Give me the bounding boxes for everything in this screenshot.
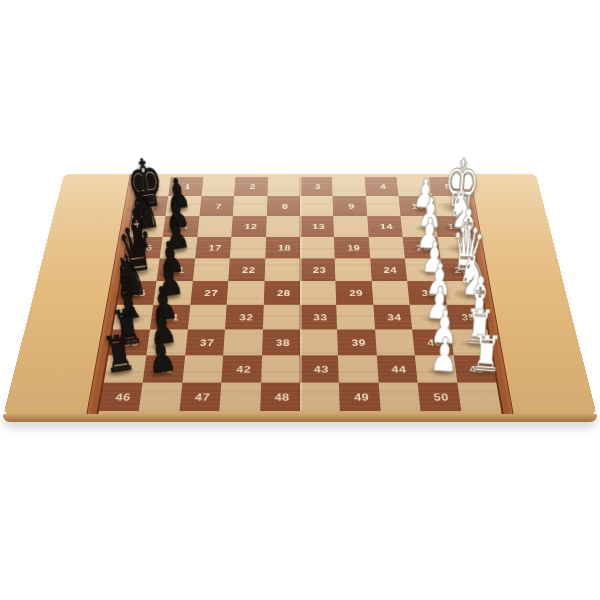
square-r2-c5[interactable]: 8: [266, 196, 300, 216]
square-r6-c8[interactable]: [372, 281, 410, 305]
square-r5-c4[interactable]: 22: [228, 258, 265, 281]
game-board: 1234567891011121314151617181920212223242…: [3, 174, 597, 416]
square-r4-c3[interactable]: 17: [195, 237, 231, 259]
square-r9-c8[interactable]: 44: [377, 355, 418, 382]
piece-glyph: ♟: [429, 335, 459, 375]
square-number: 34: [387, 312, 402, 322]
square-r5-c6[interactable]: 23: [300, 258, 336, 281]
square-number: 38: [276, 337, 290, 348]
square-r7-c6[interactable]: 33: [300, 305, 337, 330]
square-r5-c3[interactable]: [193, 258, 230, 281]
square-r7-c8[interactable]: 34: [373, 305, 412, 330]
square-number: 8: [282, 202, 288, 210]
square-r8-c7[interactable]: 39: [337, 329, 376, 355]
square-r9-c3[interactable]: [182, 355, 223, 382]
square-number: 27: [204, 288, 218, 298]
square-number: 3: [315, 182, 321, 190]
square-r3-c5[interactable]: [266, 216, 300, 237]
square-number: 46: [115, 391, 132, 403]
square-r2-c6[interactable]: [300, 196, 334, 216]
square-number: 29: [349, 288, 363, 298]
square-number: 13: [312, 222, 325, 231]
square-number: 43: [314, 363, 329, 374]
product-photo-scene: 1234567891011121314151617181920212223242…: [0, 0, 600, 600]
square-r7-c7[interactable]: [337, 305, 375, 330]
piece-glyph: ♜: [102, 333, 138, 376]
square-r8-c5[interactable]: 38: [262, 329, 300, 355]
square-r8-c6[interactable]: [300, 329, 338, 355]
square-number: 24: [383, 265, 397, 274]
square-r10-c5[interactable]: 48: [260, 383, 300, 412]
square-r10-c6[interactable]: [300, 383, 340, 412]
square-number: 28: [277, 288, 291, 298]
square-r6-c4[interactable]: [227, 281, 264, 305]
square-number: 39: [351, 337, 366, 348]
square-r2-c7[interactable]: 9: [333, 196, 367, 216]
square-r7-c5[interactable]: [263, 305, 300, 330]
square-r4-c8[interactable]: [369, 237, 405, 259]
black-pawn[interactable]: ♟: [145, 334, 178, 375]
square-number: 14: [380, 222, 394, 231]
square-r6-c5[interactable]: 28: [263, 281, 300, 305]
square-r8-c3[interactable]: 37: [185, 329, 225, 355]
piece-glyph: ♟: [145, 334, 178, 375]
square-r5-c8[interactable]: 24: [370, 258, 407, 281]
square-number: 2: [250, 182, 257, 190]
square-number: 32: [239, 312, 253, 322]
square-number: 18: [278, 243, 291, 252]
square-r8-c4[interactable]: [223, 329, 262, 355]
square-r10-c1[interactable]: 46: [99, 383, 143, 412]
square-r1-c8[interactable]: 4: [364, 177, 398, 196]
square-r6-c7[interactable]: 29: [336, 281, 373, 305]
square-r3-c7[interactable]: [334, 216, 369, 237]
square-r4-c5[interactable]: 18: [265, 237, 300, 259]
square-r4-c7[interactable]: 19: [334, 237, 370, 259]
square-r10-c2[interactable]: [139, 383, 182, 412]
square-number: 23: [313, 265, 327, 274]
square-r8-c8[interactable]: [375, 329, 415, 355]
square-r10-c8[interactable]: [379, 383, 421, 412]
square-number: 7: [215, 202, 222, 210]
square-number: 42: [236, 363, 251, 374]
square-r1-c7[interactable]: [332, 177, 366, 196]
square-r9-c6[interactable]: 43: [300, 355, 339, 382]
square-r3-c3[interactable]: [197, 216, 233, 237]
square-r9-c5[interactable]: [261, 355, 300, 382]
square-number: 9: [348, 202, 355, 210]
square-r10-c9[interactable]: 50: [418, 383, 461, 412]
white-pawn[interactable]: ♟: [429, 335, 459, 375]
square-r5-c7[interactable]: [335, 258, 372, 281]
piece-glyph: ♜: [469, 333, 503, 374]
square-number: 19: [347, 243, 361, 252]
square-r9-c4[interactable]: 42: [221, 355, 261, 382]
square-r10-c4[interactable]: [220, 383, 261, 412]
square-number: 48: [274, 391, 289, 403]
white-rook[interactable]: ♜: [469, 333, 503, 374]
square-r1-c4[interactable]: 2: [234, 177, 268, 196]
square-number: 33: [313, 312, 327, 322]
square-number: 22: [242, 265, 256, 274]
square-r7-c4[interactable]: 32: [225, 305, 263, 330]
board-bottom-edge: [3, 414, 597, 422]
square-r7-c3[interactable]: [188, 305, 227, 330]
square-number: 49: [354, 391, 370, 403]
square-number: 12: [244, 222, 257, 231]
square-number: 37: [200, 337, 215, 348]
fold-seam: [299, 177, 302, 411]
square-number: 17: [208, 243, 222, 252]
square-r1-c3[interactable]: [201, 177, 235, 196]
square-r1-c5[interactable]: [267, 177, 300, 196]
square-r4-c6[interactable]: [300, 237, 335, 259]
square-number: 50: [433, 391, 449, 403]
square-r2-c4[interactable]: [233, 196, 267, 216]
square-r2-c3[interactable]: 7: [199, 196, 234, 216]
black-rook[interactable]: ♜: [102, 333, 138, 376]
square-r2-c8[interactable]: [366, 196, 401, 216]
square-r6-c6[interactable]: [300, 281, 337, 305]
square-r10-c7[interactable]: 49: [339, 383, 380, 412]
square-number: 47: [195, 391, 211, 403]
square-r10-c10[interactable]: [457, 383, 501, 412]
square-r9-c7[interactable]: [338, 355, 378, 382]
square-number: 4: [380, 182, 387, 190]
square-r3-c4[interactable]: 12: [231, 216, 266, 237]
square-r4-c4[interactable]: [230, 237, 266, 259]
square-r3-c8[interactable]: 14: [367, 216, 403, 237]
square-number: 44: [391, 363, 407, 374]
square-r10-c3[interactable]: 47: [179, 383, 221, 412]
square-r6-c3[interactable]: 27: [190, 281, 228, 305]
square-r5-c5[interactable]: [264, 258, 300, 281]
square-r1-c6[interactable]: 3: [300, 177, 333, 196]
square-r3-c6[interactable]: 13: [300, 216, 334, 237]
